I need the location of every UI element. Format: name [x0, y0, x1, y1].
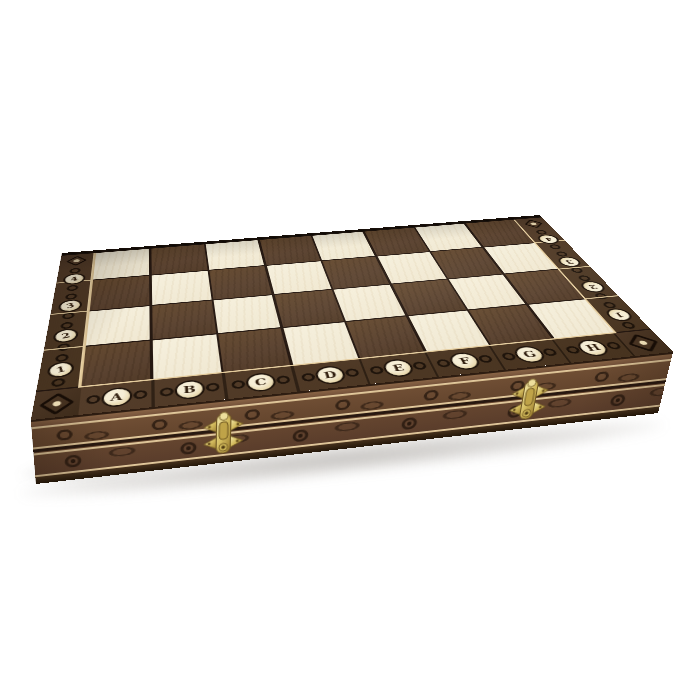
file-label-h: H: [574, 339, 613, 358]
brass-latch-left: [201, 407, 246, 459]
rank-label-right-1: 1: [602, 308, 635, 323]
rank-label-left-1: 1: [45, 360, 75, 380]
file-label-c: C: [244, 372, 277, 393]
file-label-a: A: [100, 386, 132, 408]
rank-label-left-2: 2: [51, 327, 79, 345]
square-c4: [206, 240, 264, 269]
square-b2: [152, 301, 216, 339]
quatrefoil-icon: [66, 256, 87, 266]
file-label-b: B: [174, 379, 205, 400]
square-c2: [214, 295, 281, 333]
square-d2: [274, 290, 343, 327]
quatrefoil-icon: [628, 334, 657, 352]
file-label-g: G: [511, 345, 549, 364]
rank-label-right-4: 4: [535, 234, 562, 245]
rank-label-left-4: 4: [61, 272, 86, 286]
file-label-e: E: [381, 358, 417, 378]
square-b4: [151, 244, 207, 274]
rank-label-cell: 3: [49, 291, 89, 322]
quatrefoil-icon: [39, 392, 75, 414]
square-d3: [267, 261, 331, 293]
square-a3: [89, 276, 149, 311]
square-a2: [85, 306, 150, 345]
rank-label-cell: 1: [37, 350, 83, 390]
square-c3: [210, 266, 272, 299]
border-corner-ornament: [31, 388, 81, 420]
square-b3: [152, 271, 212, 305]
quatrefoil-icon: [524, 219, 542, 227]
square-a4: [93, 249, 150, 280]
chess-box-product-photo: 4 3 2 1 4 3 2 1 A B C D E F G: [0, 0, 700, 700]
rank-label-right-2: 2: [577, 280, 608, 293]
file-label-d: D: [313, 365, 347, 385]
square-d4: [260, 236, 320, 265]
square-e4: [313, 232, 375, 260]
file-label-f: F: [447, 351, 484, 370]
